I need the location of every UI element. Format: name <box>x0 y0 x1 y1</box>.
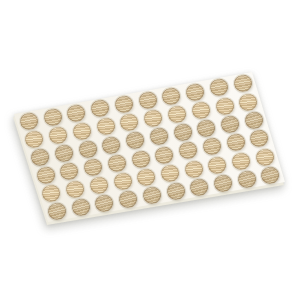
cover-cap <box>112 171 133 190</box>
cover-cap <box>249 129 270 148</box>
cover-cap <box>213 173 234 192</box>
cover-cap <box>189 177 210 196</box>
cover-cap <box>191 100 212 119</box>
cover-cap <box>214 96 235 115</box>
cover-cap <box>236 169 257 188</box>
cover-cap <box>161 86 182 105</box>
cover-cap <box>18 111 39 130</box>
cover-cap <box>142 185 163 204</box>
cover-cap <box>130 149 151 168</box>
cover-cap <box>118 189 139 208</box>
cover-cap <box>119 113 140 132</box>
cover-cap <box>231 151 252 170</box>
cover-cap <box>70 197 91 216</box>
cover-cap <box>47 201 68 220</box>
cover-cap <box>65 179 86 198</box>
product-photo-canvas <box>0 0 300 300</box>
cover-cap <box>77 139 98 158</box>
cover-cap <box>238 92 259 111</box>
cover-cap <box>196 118 217 137</box>
cover-cap <box>24 129 45 148</box>
cover-cap <box>90 99 111 118</box>
cover-cap <box>233 74 254 93</box>
cover-cap <box>143 108 164 127</box>
cover-cap <box>30 147 51 166</box>
cover-cap <box>244 110 265 129</box>
cover-cap <box>167 104 188 123</box>
cover-cap <box>66 103 87 122</box>
cover-cap <box>54 143 75 162</box>
cover-cap <box>225 133 246 152</box>
cover-cap <box>178 141 199 160</box>
cover-cap <box>83 157 104 176</box>
cover-cap <box>35 165 56 184</box>
cover-cap <box>41 183 62 202</box>
cover-cap <box>260 165 281 184</box>
cover-cap <box>72 121 93 140</box>
cover-cap <box>95 117 116 136</box>
cover-cap <box>107 153 128 172</box>
cover-cap <box>101 135 122 154</box>
cover-cap <box>172 123 193 142</box>
cover-cap <box>89 175 110 194</box>
cover-cap <box>207 155 228 174</box>
cover-cap <box>125 131 146 150</box>
cover-cap <box>48 125 69 144</box>
cover-cap <box>220 114 241 133</box>
cover-cap <box>154 145 175 164</box>
cover-cap <box>209 78 230 97</box>
cover-cap <box>59 161 80 180</box>
cover-cap <box>185 82 206 101</box>
cover-cap <box>183 159 204 178</box>
cover-cap <box>114 94 135 113</box>
cover-cap <box>160 163 181 182</box>
cover-cap <box>137 90 158 109</box>
cover-cap <box>202 137 223 156</box>
cover-cap <box>94 193 115 212</box>
caps-layer <box>0 0 300 300</box>
cover-cap <box>42 107 63 126</box>
cover-cap <box>255 147 276 166</box>
cover-cap <box>149 127 170 146</box>
cover-cap <box>165 181 186 200</box>
cover-cap <box>136 167 157 186</box>
